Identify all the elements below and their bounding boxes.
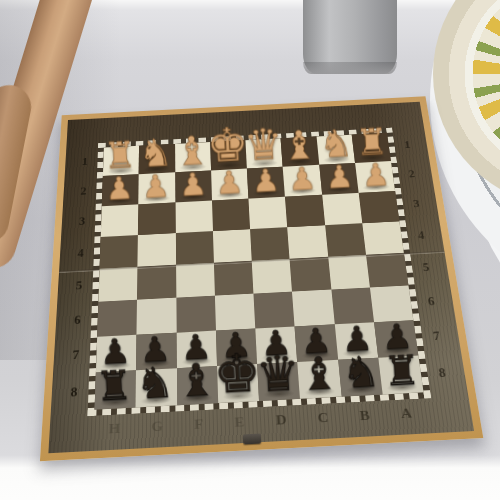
rank-label: 5 bbox=[422, 262, 430, 275]
white-queen: ♛ bbox=[243, 123, 283, 168]
square-e8: ♚ bbox=[217, 364, 259, 403]
white-pawn: ♟ bbox=[251, 164, 281, 197]
black-rook: ♜ bbox=[95, 365, 134, 408]
square-h2: ♟ bbox=[102, 174, 139, 206]
white-pawn: ♟ bbox=[288, 162, 318, 195]
white-pawn: ♟ bbox=[141, 170, 171, 203]
square-d2: ♟ bbox=[247, 167, 285, 198]
square-d5 bbox=[252, 259, 292, 294]
black-queen: ♛ bbox=[255, 348, 301, 399]
square-g4 bbox=[138, 233, 176, 267]
square-b8: ♞ bbox=[338, 357, 383, 396]
rank-label: 1 bbox=[82, 157, 88, 168]
file-label: B bbox=[359, 407, 371, 423]
square-g8: ♞ bbox=[136, 368, 177, 407]
square-d4 bbox=[250, 227, 290, 261]
square-a2: ♟ bbox=[355, 161, 395, 192]
square-f2: ♟ bbox=[175, 171, 212, 203]
black-rook: ♜ bbox=[382, 350, 421, 393]
square-e3 bbox=[212, 198, 250, 231]
square-e2: ♟ bbox=[211, 169, 249, 200]
square-h4 bbox=[100, 235, 138, 269]
square-g2: ♟ bbox=[138, 173, 175, 205]
rank-label: 8 bbox=[70, 385, 77, 399]
white-pawn: ♟ bbox=[214, 166, 244, 199]
square-a4 bbox=[362, 221, 404, 255]
board-clasp bbox=[243, 434, 261, 445]
chess-board: 12345678 12345678 HGFEDCBA ♜♞♝♚♛♝♞♜♟♟♟♟♟… bbox=[17, 0, 484, 461]
white-pawn: ♟ bbox=[361, 158, 391, 191]
square-e4 bbox=[213, 229, 252, 263]
rank-label: 4 bbox=[77, 247, 84, 259]
photo-scene: 12345678 12345678 HGFEDCBA ♜♞♝♚♛♝♞♜♟♟♟♟♟… bbox=[0, 0, 500, 500]
square-f5 bbox=[176, 263, 215, 298]
square-b4 bbox=[325, 223, 366, 257]
white-pawn: ♟ bbox=[324, 160, 354, 193]
file-label: A bbox=[400, 405, 413, 421]
square-e5 bbox=[214, 261, 254, 296]
rank-label: 4 bbox=[417, 230, 425, 242]
square-b2: ♟ bbox=[319, 163, 359, 194]
square-g6 bbox=[137, 298, 177, 334]
rank-label: 2 bbox=[80, 186, 87, 198]
square-g3 bbox=[138, 202, 175, 235]
square-h3 bbox=[101, 204, 139, 237]
rank-label: 7 bbox=[72, 349, 79, 363]
square-g5 bbox=[137, 265, 176, 300]
board-inlay-border: ♜♞♝♚♛♝♞♜♟♟♟♟♟♟♟♟♟♟♟♟♟♟♟♟♜♞♝♚♛♝♞♜ bbox=[88, 128, 432, 416]
black-bishop: ♝ bbox=[298, 350, 340, 397]
square-b3 bbox=[322, 193, 362, 226]
square-c4 bbox=[287, 225, 327, 259]
square-h5 bbox=[98, 267, 137, 302]
rank-label: 6 bbox=[74, 314, 81, 327]
square-c8: ♝ bbox=[297, 360, 341, 399]
square-d3 bbox=[248, 196, 287, 229]
square-c5 bbox=[290, 257, 331, 292]
square-d8: ♛ bbox=[257, 362, 300, 401]
board-frame: 12345678 12345678 HGFEDCBA ♜♞♝♚♛♝♞♜♟♟♟♟♟… bbox=[48, 102, 474, 454]
file-label: D bbox=[275, 412, 287, 428]
square-f3 bbox=[175, 200, 213, 233]
file-label: G bbox=[151, 418, 163, 434]
rank-label: 2 bbox=[408, 169, 416, 180]
rank-label: 3 bbox=[412, 199, 420, 211]
white-pawn: ♟ bbox=[105, 172, 135, 205]
square-a5 bbox=[366, 253, 409, 288]
white-pawn: ♟ bbox=[178, 168, 208, 201]
file-label: H bbox=[108, 420, 120, 436]
square-c3 bbox=[285, 194, 325, 227]
rank-label: 5 bbox=[76, 280, 83, 293]
rank-label: 6 bbox=[427, 295, 435, 308]
file-label: C bbox=[317, 410, 329, 426]
square-f8: ♝ bbox=[177, 366, 218, 405]
square-h6 bbox=[97, 300, 137, 337]
square-b5 bbox=[328, 255, 370, 290]
square-h8: ♜ bbox=[95, 370, 137, 409]
black-knight: ♞ bbox=[135, 361, 176, 406]
square-a3 bbox=[358, 191, 399, 223]
rank-label: 3 bbox=[79, 216, 86, 228]
square-c2: ♟ bbox=[283, 165, 322, 196]
rank-label: 8 bbox=[438, 366, 447, 380]
square-f4 bbox=[175, 231, 213, 265]
black-bishop: ♝ bbox=[175, 357, 217, 404]
file-label: E bbox=[234, 414, 244, 430]
playing-squares: ♜♞♝♚♛♝♞♜♟♟♟♟♟♟♟♟♟♟♟♟♟♟♟♟♜♞♝♚♛♝♞♜ bbox=[95, 133, 424, 410]
black-knight: ♞ bbox=[340, 350, 381, 395]
board-outer-rim: 12345678 12345678 HGFEDCBA ♜♞♝♚♛♝♞♜♟♟♟♟♟… bbox=[40, 96, 483, 461]
file-label: F bbox=[194, 416, 203, 432]
rank-label: 7 bbox=[432, 330, 441, 344]
rank-label: 1 bbox=[404, 140, 412, 151]
square-a8: ♜ bbox=[378, 355, 424, 394]
